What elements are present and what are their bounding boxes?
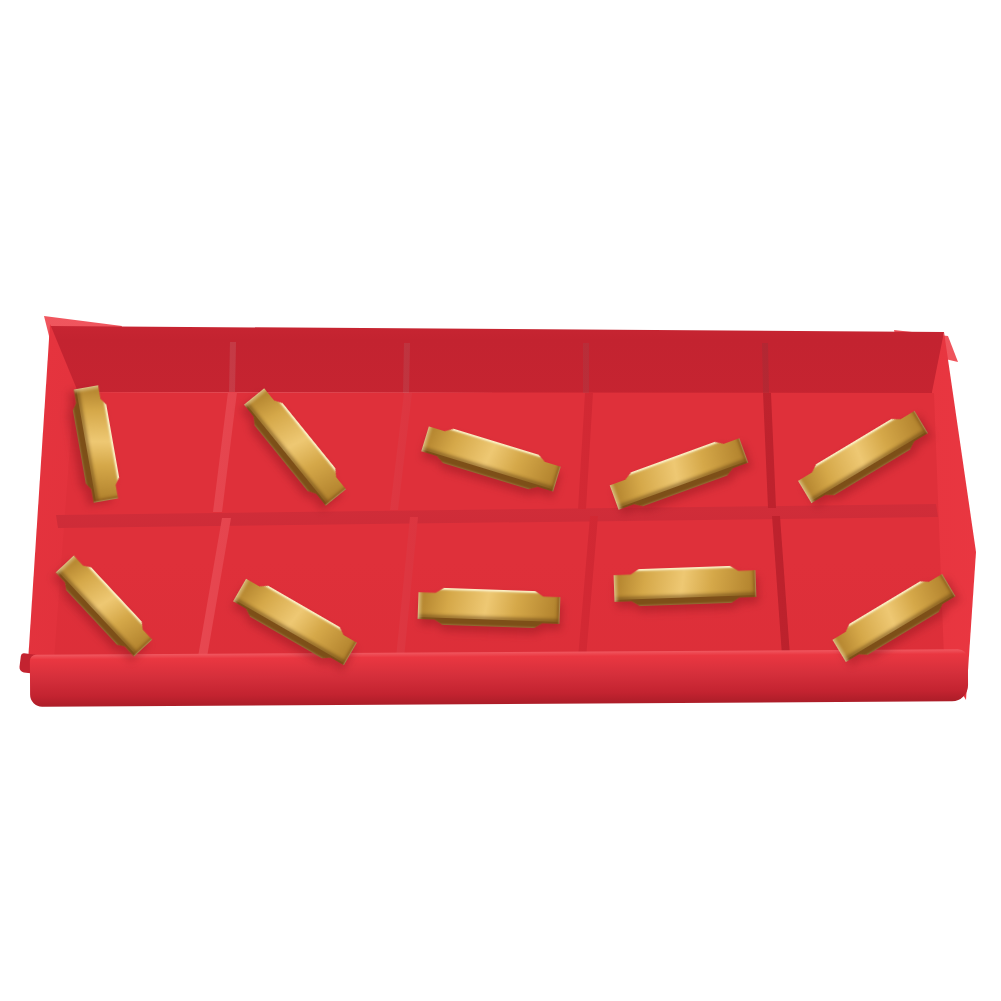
- carbide-insert-face: [417, 587, 560, 629]
- tray-front-wall: [30, 649, 968, 707]
- carbide-insert-face: [613, 565, 756, 607]
- carbide-insert-r2c4: [613, 565, 756, 607]
- product-photo: [0, 0, 1001, 1001]
- tray-floor: [0, 0, 1001, 1001]
- carbide-insert-r2c3: [417, 587, 560, 629]
